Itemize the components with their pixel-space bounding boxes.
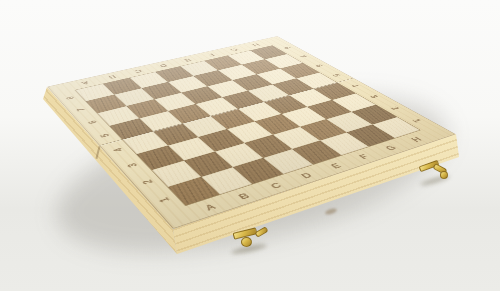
- photo-scene: AABBCCDDEEFFGGHH1122334455667788: [0, 0, 500, 291]
- right-clasp-tip: [440, 171, 448, 179]
- front-clasp-disc: [241, 237, 252, 247]
